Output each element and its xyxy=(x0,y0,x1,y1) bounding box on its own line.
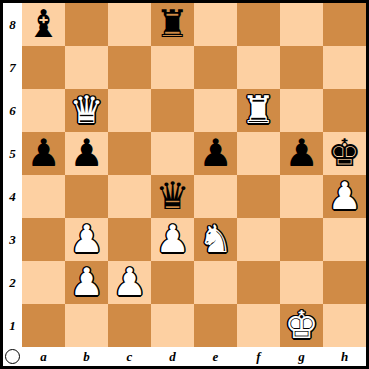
square-e2[interactable] xyxy=(194,261,237,304)
square-f3[interactable] xyxy=(237,218,280,261)
white-queen-piece[interactable]: ♛ xyxy=(69,89,103,132)
square-h8[interactable] xyxy=(323,3,366,46)
file-label-a: a xyxy=(22,347,65,366)
square-b8[interactable] xyxy=(65,3,108,46)
square-g6[interactable] xyxy=(280,89,323,132)
file-label-h: h xyxy=(323,347,366,366)
white-pawn-piece[interactable]: ♟ xyxy=(69,261,103,304)
square-h7[interactable] xyxy=(323,46,366,89)
white-pawn-piece[interactable]: ♟ xyxy=(69,218,103,261)
square-b1[interactable] xyxy=(65,304,108,347)
square-g7[interactable] xyxy=(280,46,323,89)
square-c4[interactable] xyxy=(108,175,151,218)
square-c5[interactable] xyxy=(108,132,151,175)
square-d3[interactable]: ♟ xyxy=(151,218,194,261)
rank-label-5: 5 xyxy=(3,132,22,175)
file-label-c: c xyxy=(108,347,151,366)
rank-labels: 87654321 xyxy=(3,3,22,347)
square-h1[interactable] xyxy=(323,304,366,347)
square-f5[interactable] xyxy=(237,132,280,175)
square-b2[interactable]: ♟ xyxy=(65,261,108,304)
square-h6[interactable] xyxy=(323,89,366,132)
square-g5[interactable]: ♟ xyxy=(280,132,323,175)
file-label-b: b xyxy=(65,347,108,366)
file-label-d: d xyxy=(151,347,194,366)
black-bishop-piece[interactable]: ♝ xyxy=(26,3,60,46)
rank-label-6: 6 xyxy=(3,89,22,132)
rank-label-1: 1 xyxy=(3,304,22,347)
square-a4[interactable] xyxy=(22,175,65,218)
square-d6[interactable] xyxy=(151,89,194,132)
corner-cell xyxy=(3,347,22,366)
square-f7[interactable] xyxy=(237,46,280,89)
square-d7[interactable] xyxy=(151,46,194,89)
black-pawn-piece[interactable]: ♟ xyxy=(26,132,60,175)
square-f6[interactable]: ♜ xyxy=(237,89,280,132)
white-pawn-piece[interactable]: ♟ xyxy=(112,261,146,304)
square-g2[interactable] xyxy=(280,261,323,304)
square-c7[interactable] xyxy=(108,46,151,89)
square-a6[interactable] xyxy=(22,89,65,132)
square-a3[interactable] xyxy=(22,218,65,261)
square-g4[interactable] xyxy=(280,175,323,218)
square-b3[interactable]: ♟ xyxy=(65,218,108,261)
square-d1[interactable] xyxy=(151,304,194,347)
chess-board: ♝♜♛♜♟♟♟♟♚♛♟♟♟♞♟♟♚ xyxy=(22,3,366,347)
square-h3[interactable] xyxy=(323,218,366,261)
square-c1[interactable] xyxy=(108,304,151,347)
square-d4[interactable]: ♛ xyxy=(151,175,194,218)
square-h2[interactable] xyxy=(323,261,366,304)
square-d2[interactable] xyxy=(151,261,194,304)
square-h5[interactable]: ♚ xyxy=(323,132,366,175)
black-pawn-piece[interactable]: ♟ xyxy=(69,132,103,175)
black-pawn-piece[interactable]: ♟ xyxy=(198,132,232,175)
file-label-f: f xyxy=(237,347,280,366)
square-e8[interactable] xyxy=(194,3,237,46)
black-queen-piece[interactable]: ♛ xyxy=(155,175,189,218)
square-e5[interactable]: ♟ xyxy=(194,132,237,175)
square-f1[interactable] xyxy=(237,304,280,347)
file-label-g: g xyxy=(280,347,323,366)
rank-label-8: 8 xyxy=(3,3,22,46)
square-a8[interactable]: ♝ xyxy=(22,3,65,46)
square-c2[interactable]: ♟ xyxy=(108,261,151,304)
square-e1[interactable] xyxy=(194,304,237,347)
square-g3[interactable] xyxy=(280,218,323,261)
black-king-piece[interactable]: ♚ xyxy=(327,132,361,175)
square-e3[interactable]: ♞ xyxy=(194,218,237,261)
black-pawn-piece[interactable]: ♟ xyxy=(284,132,318,175)
square-e4[interactable] xyxy=(194,175,237,218)
file-label-e: e xyxy=(194,347,237,366)
square-d8[interactable]: ♜ xyxy=(151,3,194,46)
square-e6[interactable] xyxy=(194,89,237,132)
square-a2[interactable] xyxy=(22,261,65,304)
rank-label-7: 7 xyxy=(3,46,22,89)
square-g1[interactable]: ♚ xyxy=(280,304,323,347)
white-pawn-piece[interactable]: ♟ xyxy=(155,218,189,261)
chess-diagram: 87654321 ♝♜♛♜♟♟♟♟♚♛♟♟♟♞♟♟♚ abcdefgh xyxy=(0,0,369,369)
rank-label-4: 4 xyxy=(3,175,22,218)
square-a1[interactable] xyxy=(22,304,65,347)
square-d5[interactable] xyxy=(151,132,194,175)
white-king-piece[interactable]: ♚ xyxy=(284,304,318,347)
black-rook-piece[interactable]: ♜ xyxy=(155,3,189,46)
white-rook-piece[interactable]: ♜ xyxy=(241,89,275,132)
square-f4[interactable] xyxy=(237,175,280,218)
square-b4[interactable] xyxy=(65,175,108,218)
white-to-move-indicator-icon xyxy=(5,349,20,364)
rank-label-3: 3 xyxy=(3,218,22,261)
square-g8[interactable] xyxy=(280,3,323,46)
file-labels: abcdefgh xyxy=(22,347,366,366)
square-a7[interactable] xyxy=(22,46,65,89)
square-f8[interactable] xyxy=(237,3,280,46)
square-a5[interactable]: ♟ xyxy=(22,132,65,175)
square-h4[interactable]: ♟ xyxy=(323,175,366,218)
square-b6[interactable]: ♛ xyxy=(65,89,108,132)
square-c6[interactable] xyxy=(108,89,151,132)
square-b5[interactable]: ♟ xyxy=(65,132,108,175)
square-e7[interactable] xyxy=(194,46,237,89)
white-pawn-piece[interactable]: ♟ xyxy=(327,175,361,218)
diagram-inner: 87654321 ♝♜♛♜♟♟♟♟♚♛♟♟♟♞♟♟♚ abcdefgh xyxy=(3,3,366,366)
square-c3[interactable] xyxy=(108,218,151,261)
square-c8[interactable] xyxy=(108,3,151,46)
square-b7[interactable] xyxy=(65,46,108,89)
white-knight-piece[interactable]: ♞ xyxy=(198,218,232,261)
rank-label-2: 2 xyxy=(3,261,22,304)
square-f2[interactable] xyxy=(237,261,280,304)
